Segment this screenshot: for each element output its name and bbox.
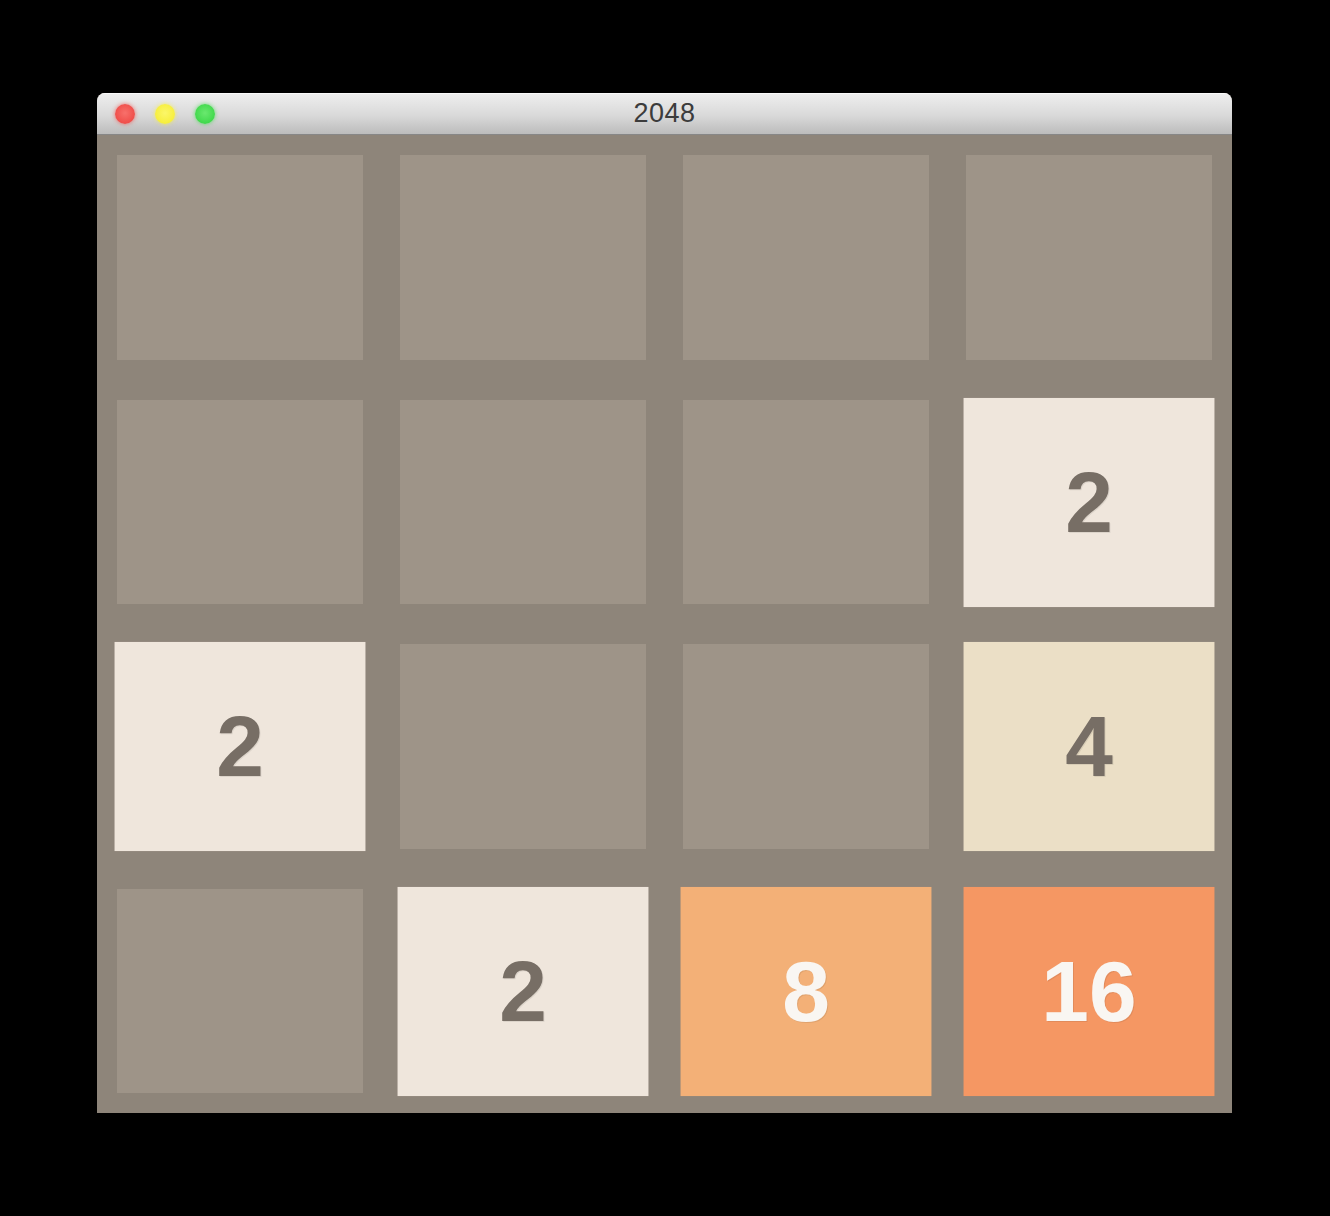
window-titlebar[interactable]: 2048 (97, 93, 1232, 135)
empty-cell-r1c1 (117, 155, 363, 360)
empty-cell-r1c3 (683, 155, 929, 360)
tile-4-r3c4: 4 (964, 642, 1215, 851)
minimize-button[interactable] (155, 104, 175, 124)
empty-cell-r1c2 (400, 155, 646, 360)
empty-cell-r2c2 (400, 400, 646, 605)
empty-cell-r3c3 (683, 644, 929, 849)
traffic-lights (115, 93, 215, 134)
tile-2-r2c4: 2 (964, 397, 1215, 606)
tile-2-r4c2: 2 (398, 886, 649, 1095)
game-board[interactable]: 2 2 4 2 8 16 (97, 135, 1232, 1113)
close-button[interactable] (115, 104, 135, 124)
tile-value: 2 (1065, 452, 1113, 551)
empty-cell-r2c3 (683, 400, 929, 605)
tile-value: 16 (1041, 941, 1136, 1040)
tile-value: 2 (499, 941, 547, 1040)
tile-value: 4 (1065, 697, 1113, 796)
empty-cell-r3c2 (400, 644, 646, 849)
empty-cell-r2c1 (117, 400, 363, 605)
tile-value: 8 (782, 941, 830, 1040)
tile-2-r3c1: 2 (115, 642, 366, 851)
zoom-button[interactable] (195, 104, 215, 124)
tile-16-r4c4: 16 (964, 886, 1215, 1095)
tile-8-r4c3: 8 (681, 886, 932, 1095)
empty-cell-r4c1 (117, 889, 363, 1094)
empty-cell-r1c4 (966, 155, 1212, 360)
window-title: 2048 (633, 98, 695, 129)
game-window: 2048 2 2 4 2 8 16 (97, 93, 1232, 1113)
tile-value: 2 (216, 697, 264, 796)
